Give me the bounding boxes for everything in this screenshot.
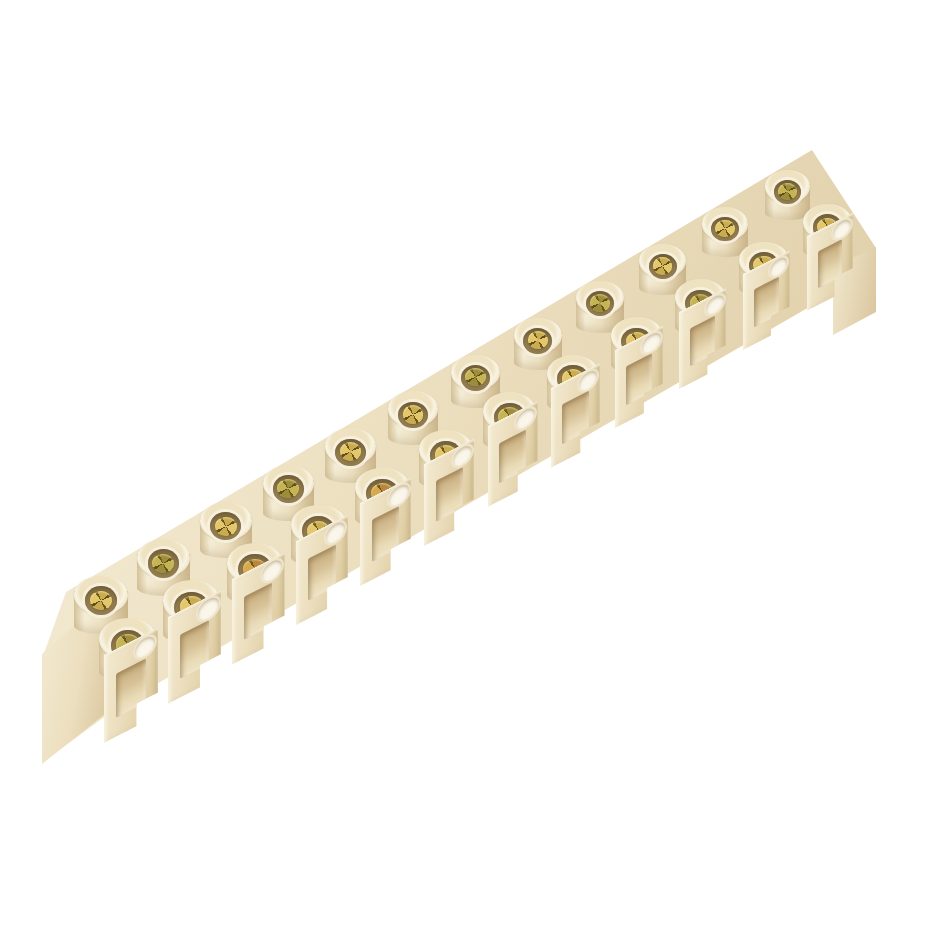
terminal-unit-face-5 — [360, 477, 411, 586]
terminal-unit-face-2 — [168, 590, 221, 704]
wire-entry-hole — [244, 582, 272, 639]
terminal-unit-face-9 — [615, 326, 663, 429]
terminal-unit-face-1 — [104, 627, 158, 743]
clamp-inspection-hole — [770, 254, 788, 279]
clamp-inspection-hole — [833, 216, 850, 241]
clamp-inspection-hole — [643, 330, 661, 356]
wire-entry-hole — [435, 468, 462, 523]
wire-entry-hole — [563, 391, 589, 444]
wire-entry-hole — [180, 620, 209, 678]
wire-entry-hole — [308, 544, 336, 600]
wire-entry-hole — [116, 658, 145, 717]
clamp-inspection-hole — [262, 557, 282, 585]
wire-entry-hole — [626, 353, 652, 405]
wire-entry-hole — [499, 429, 526, 483]
wire-entry-hole — [818, 239, 843, 289]
clamp-inspection-hole — [198, 595, 218, 624]
wire-entry-hole — [754, 277, 779, 328]
clamp-inspection-hole — [452, 443, 471, 470]
terminal-unit-face-4 — [296, 514, 348, 625]
clamp-inspection-hole — [706, 292, 724, 317]
terminal-unit-face-7 — [488, 401, 538, 507]
clamp-inspection-hole — [325, 519, 345, 547]
wire-entry-hole — [371, 506, 399, 562]
product-photo — [0, 0, 925, 925]
clamp-inspection-hole — [516, 405, 535, 432]
clamp-inspection-hole — [579, 368, 598, 394]
terminal-unit-face-3 — [232, 552, 285, 664]
terminal-strip-12-way — [0, 0, 925, 925]
terminal-unit-face-11 — [743, 250, 790, 350]
clamp-inspection-hole — [135, 632, 156, 661]
terminal-unit-face-10 — [679, 288, 726, 389]
wire-entry-hole — [690, 315, 716, 367]
terminal-unit-face-8 — [551, 363, 600, 467]
terminal-unit-face-6 — [424, 439, 474, 547]
wire-entry-faces — [0, 0, 925, 925]
terminal-unit-face-12 — [807, 212, 853, 310]
clamp-inspection-hole — [389, 481, 408, 508]
